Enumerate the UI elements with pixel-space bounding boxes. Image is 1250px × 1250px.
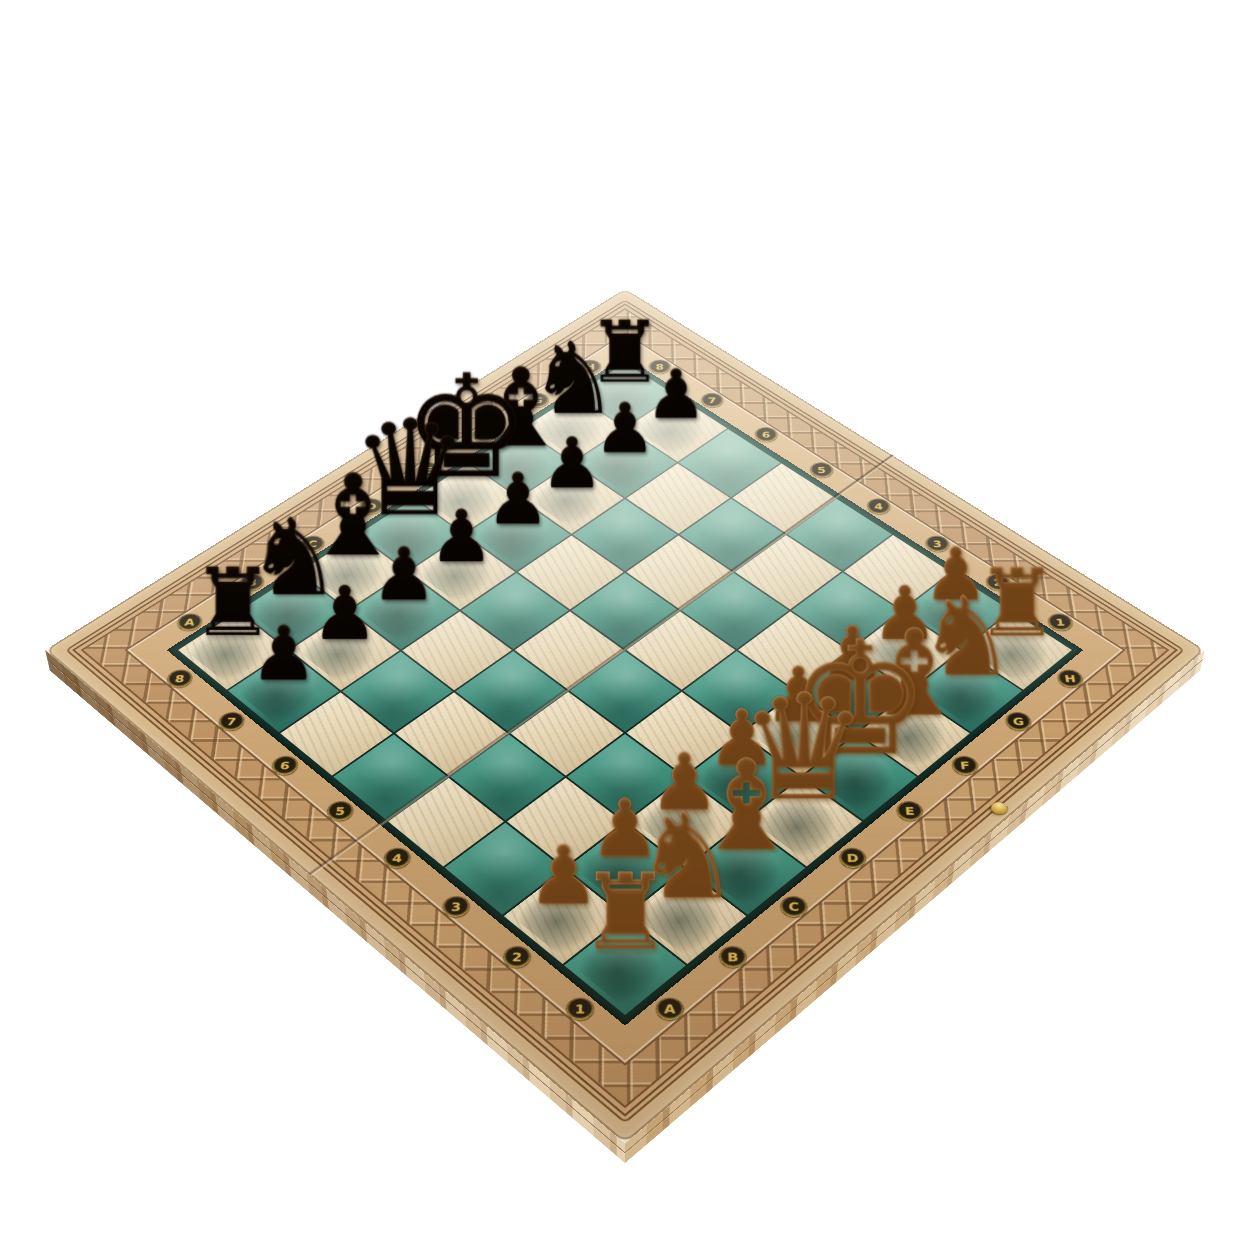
piece-black-pawn-a7[interactable]: ♟ — [197, 616, 371, 691]
file-label-E: E — [896, 802, 922, 821]
chess-board: 87654321 87654321 HGFEDCBA HGFEDCBA ♜♟♟♜… — [45, 289, 1205, 1144]
file-label-D: D — [839, 848, 865, 867]
rank-label-7: 7 — [219, 713, 245, 730]
product-photo-chess-set: 87654321 87654321 HGFEDCBA HGFEDCBA ♜♟♟♜… — [0, 0, 1250, 1250]
rank-label-1: 1 — [567, 998, 593, 1019]
file-label-A: A — [656, 998, 682, 1019]
rank-label-4: 4 — [384, 848, 410, 867]
rank-label-5: 5 — [327, 802, 353, 821]
rank-label-2: 2 — [504, 947, 530, 968]
file-label-B: B — [719, 947, 745, 968]
board-field: ♜♟♟♜♞♟♟♞♝♟♟♝♚♟♟♚♛♟♟♛♝♟♟♝♞♟♟♞♜♟♟♜ — [178, 363, 1072, 1015]
file-label-G: G — [1005, 713, 1031, 730]
piece-white-rook-a1[interactable]: ♜ — [529, 860, 721, 965]
